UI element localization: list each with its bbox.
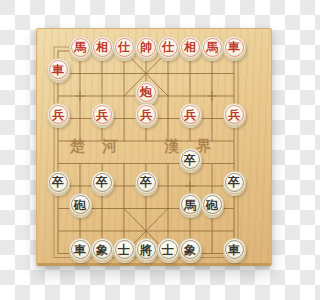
piece-black-soldier[interactable]: 卒 <box>179 148 202 171</box>
piece-black-cannon[interactable]: 砲 <box>69 193 92 216</box>
piece-char: 卒 <box>184 153 196 165</box>
piece-char: 兵 <box>96 108 108 120</box>
piece-black-soldier[interactable]: 卒 <box>223 171 246 194</box>
piece-red-advisor[interactable]: 仕 <box>113 36 136 59</box>
piece-char: 相 <box>184 41 196 53</box>
piece-char: 兵 <box>228 108 240 120</box>
piece-red-horse[interactable]: 馬 <box>201 36 224 59</box>
piece-black-elephant[interactable]: 象 <box>179 238 202 261</box>
piece-black-advisor[interactable]: 士 <box>113 238 136 261</box>
piece-char: 象 <box>96 243 108 255</box>
piece-char: 炮 <box>140 86 152 98</box>
piece-black-chariot[interactable]: 車 <box>69 238 92 261</box>
piece-black-horse[interactable]: 馬 <box>179 193 202 216</box>
piece-char: 砲 <box>74 198 86 210</box>
piece-char: 車 <box>52 63 64 75</box>
piece-char: 馬 <box>184 198 196 210</box>
piece-char: 仕 <box>162 41 174 53</box>
piece-char: 兵 <box>184 108 196 120</box>
piece-black-soldier[interactable]: 卒 <box>47 171 70 194</box>
piece-char: 相 <box>96 41 108 53</box>
piece-red-soldier[interactable]: 兵 <box>91 103 114 126</box>
piece-char: 將 <box>140 243 152 255</box>
piece-black-soldier[interactable]: 卒 <box>91 171 114 194</box>
piece-red-chariot[interactable]: 車 <box>223 36 246 59</box>
piece-black-general[interactable]: 將 <box>135 238 158 261</box>
piece-char: 帥 <box>140 41 152 53</box>
piece-red-general[interactable]: 帥 <box>135 36 158 59</box>
scene: { "game": "xiangqi", "orientation": {"to… <box>0 0 300 300</box>
piece-char: 象 <box>184 243 196 255</box>
river-text-left: 楚河 <box>70 137 134 155</box>
piece-red-soldier[interactable]: 兵 <box>47 103 70 126</box>
piece-char: 兵 <box>52 108 64 120</box>
piece-char: 砲 <box>206 198 218 210</box>
piece-char: 卒 <box>228 176 240 188</box>
piece-black-advisor[interactable]: 士 <box>157 238 180 261</box>
piece-char: 士 <box>162 243 174 255</box>
piece-char: 卒 <box>96 176 108 188</box>
piece-char: 卒 <box>52 176 64 188</box>
piece-char: 卒 <box>140 176 152 188</box>
piece-black-soldier[interactable]: 卒 <box>135 171 158 194</box>
piece-black-chariot[interactable]: 車 <box>223 238 246 261</box>
piece-char: 兵 <box>140 108 152 120</box>
piece-red-elephant[interactable]: 相 <box>179 36 202 59</box>
piece-red-chariot[interactable]: 車 <box>47 58 70 81</box>
piece-char: 士 <box>118 243 130 255</box>
piece-char: 馬 <box>74 41 86 53</box>
piece-black-elephant[interactable]: 象 <box>91 238 114 261</box>
piece-red-elephant[interactable]: 相 <box>91 36 114 59</box>
piece-char: 仕 <box>118 41 130 53</box>
piece-red-soldier[interactable]: 兵 <box>179 103 202 126</box>
piece-red-soldier[interactable]: 兵 <box>135 103 158 126</box>
piece-char: 馬 <box>206 41 218 53</box>
piece-char: 車 <box>74 243 86 255</box>
piece-red-horse[interactable]: 馬 <box>69 36 92 59</box>
piece-red-cannon[interactable]: 炮 <box>135 81 158 104</box>
piece-char: 車 <box>228 41 240 53</box>
piece-red-soldier[interactable]: 兵 <box>223 103 246 126</box>
piece-red-advisor[interactable]: 仕 <box>157 36 180 59</box>
xiangqi-board[interactable]: 楚河 漢界 馬相仕帥仕相馬車車炮兵兵兵兵兵卒卒卒卒卒砲馬砲車象士將士象車 <box>36 28 272 266</box>
piece-char: 車 <box>228 243 240 255</box>
piece-black-cannon[interactable]: 砲 <box>201 193 224 216</box>
